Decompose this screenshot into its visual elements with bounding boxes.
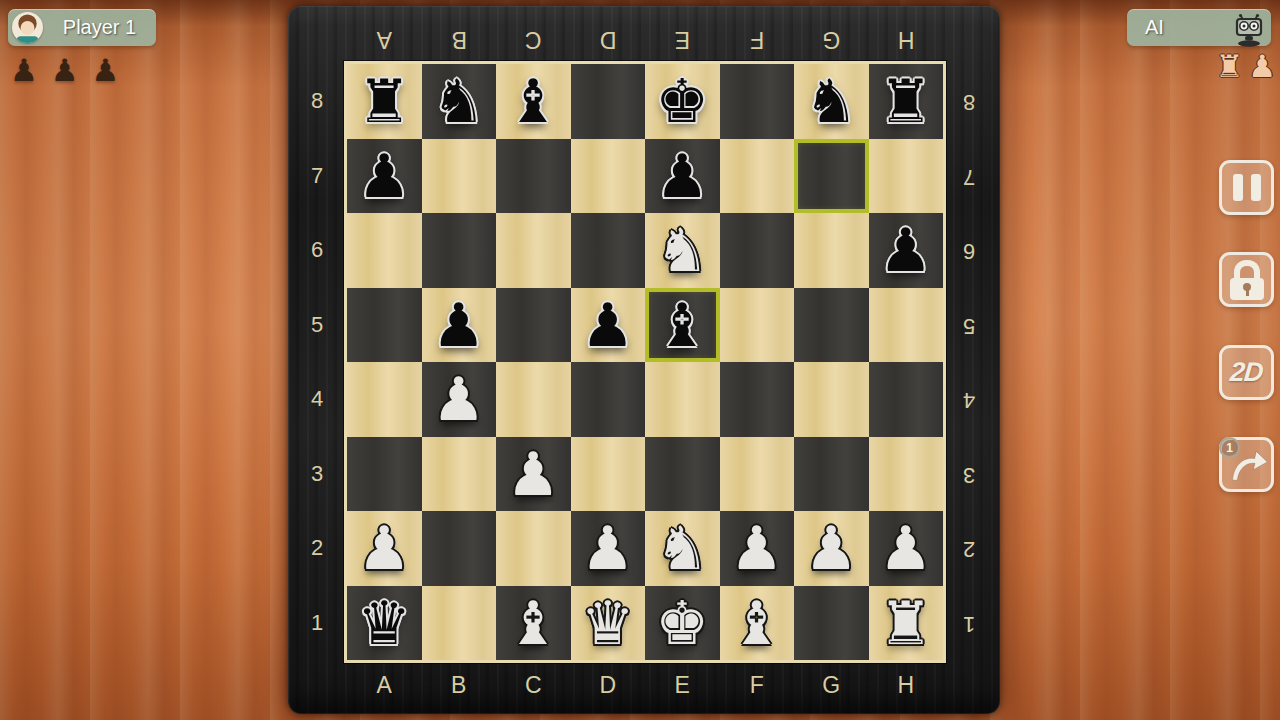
square-e5[interactable]: ♝ [645,288,720,363]
chess-board: ♜♞♝♚♞♜♟♟♞♟♟♟♝♟♟♟♟♞♟♟♟♛♝♛♚♝♜ [344,61,946,663]
rank-label-6: 6 [948,213,990,288]
white-pawn-d2: ♟ [571,511,646,586]
rank-label-7: 7 [948,139,990,214]
square-d1[interactable]: ♛ [571,586,646,661]
rank-label-7: 7 [296,139,338,214]
square-h7[interactable] [869,139,944,214]
2d-label: 2D [1229,357,1264,388]
captured-tray-player: ♟♟♟ [10,52,119,88]
black-captured-pawn-icon: ♟ [51,52,79,88]
square-c4[interactable] [496,362,571,437]
file-label-c: C [496,20,571,60]
redo-count-badge: 1 [1219,437,1240,458]
player-avatar-icon [12,12,43,43]
white-pawn-b4: ♟ [422,362,497,437]
black-pawn-b5: ♟ [422,288,497,363]
black-pawn-e7: ♟ [645,139,720,214]
pause-icon [1233,174,1261,201]
square-b3[interactable] [422,437,497,512]
square-g6[interactable] [794,213,869,288]
square-h6[interactable]: ♟ [869,213,944,288]
rank-label-6: 6 [296,213,338,288]
file-label-a: A [347,20,422,60]
file-label-c: C [496,666,571,704]
pause-button[interactable] [1219,160,1274,215]
file-label-g: G [794,666,869,704]
square-c1[interactable]: ♝ [496,586,571,661]
square-d5[interactable]: ♟ [571,288,646,363]
square-g1[interactable] [794,586,869,661]
square-b4[interactable]: ♟ [422,362,497,437]
2d-view-button[interactable]: 2D [1219,345,1274,400]
square-e1[interactable]: ♚ [645,586,720,661]
square-b7[interactable] [422,139,497,214]
square-c2[interactable] [496,511,571,586]
file-label-h: H [869,20,944,60]
square-f6[interactable] [720,213,795,288]
square-h1[interactable]: ♜ [869,586,944,661]
white-captured-rook-icon: ♜ [1215,48,1243,84]
square-g7[interactable] [794,139,869,214]
player-name: Player 1 [43,16,156,39]
square-h5[interactable] [869,288,944,363]
rank-label-5: 5 [948,288,990,363]
white-queen-d1: ♛ [571,586,646,661]
square-g3[interactable] [794,437,869,512]
file-label-b: B [422,666,497,704]
square-b8[interactable]: ♞ [422,64,497,139]
file-label-f: F [720,20,795,60]
rank-label-4: 4 [296,362,338,437]
square-h3[interactable] [869,437,944,512]
file-label-d: D [571,20,646,60]
rank-label-8: 8 [948,64,990,139]
file-label-g: G [794,20,869,60]
square-c3[interactable]: ♟ [496,437,571,512]
square-a5[interactable] [347,288,422,363]
file-label-b: B [422,20,497,60]
white-rook-h1: ♜ [869,586,944,661]
file-label-e: E [645,20,720,60]
black-rook-h8: ♜ [869,64,944,139]
square-g8[interactable]: ♞ [794,64,869,139]
black-pawn-h6: ♟ [869,213,944,288]
rank-labels-right: 87654321 [948,64,990,660]
white-pawn-g2: ♟ [794,511,869,586]
file-label-a: A [347,666,422,704]
white-pawn-h2: ♟ [869,511,944,586]
square-e7[interactable]: ♟ [645,139,720,214]
square-a3[interactable] [347,437,422,512]
rank-label-3: 3 [296,437,338,512]
square-a4[interactable] [347,362,422,437]
board-squares: ♜♞♝♚♞♜♟♟♞♟♟♟♝♟♟♟♟♞♟♟♟♛♝♛♚♝♜ [347,64,943,660]
square-g2[interactable]: ♟ [794,511,869,586]
black-knight-g8: ♞ [794,64,869,139]
square-d7[interactable] [571,139,646,214]
file-label-h: H [869,666,944,704]
white-pawn-f2: ♟ [720,511,795,586]
square-b5[interactable]: ♟ [422,288,497,363]
square-e6[interactable]: ♞ [645,213,720,288]
square-f2[interactable]: ♟ [720,511,795,586]
square-c7[interactable] [496,139,571,214]
black-rook-a8: ♜ [347,64,422,139]
rank-labels-left: 87654321 [296,64,338,660]
square-f7[interactable] [720,139,795,214]
square-f8[interactable] [720,64,795,139]
rank-label-4: 4 [948,362,990,437]
rank-label-2: 2 [296,511,338,586]
square-b1[interactable] [422,586,497,661]
white-knight-e6: ♞ [645,213,720,288]
square-c8[interactable]: ♝ [496,64,571,139]
square-d6[interactable] [571,213,646,288]
black-knight-b8: ♞ [422,64,497,139]
rank-label-1: 1 [948,586,990,661]
file-label-d: D [571,666,646,704]
black-captured-pawn-icon: ♟ [10,52,38,88]
square-d3[interactable] [571,437,646,512]
square-e8[interactable]: ♚ [645,64,720,139]
square-e2[interactable]: ♞ [645,511,720,586]
square-c5[interactable] [496,288,571,363]
ai-name: AI [1145,16,1231,39]
square-g5[interactable] [794,288,869,363]
square-e3[interactable] [645,437,720,512]
square-h2[interactable]: ♟ [869,511,944,586]
square-d2[interactable]: ♟ [571,511,646,586]
square-f3[interactable] [720,437,795,512]
file-label-f: F [720,666,795,704]
white-pawn-c3: ♟ [496,437,571,512]
black-pawn-d5: ♟ [571,288,646,363]
square-h8[interactable]: ♜ [869,64,944,139]
robot-icon [1231,12,1267,48]
white-king-e1: ♚ [645,586,720,661]
rank-label-8: 8 [296,64,338,139]
rank-label-2: 2 [948,511,990,586]
file-labels-bottom: ABCDEFGH [347,666,943,704]
square-d8[interactable] [571,64,646,139]
square-e4[interactable] [645,362,720,437]
redo-button[interactable]: 1 [1219,437,1274,492]
white-bishop-c1: ♝ [496,586,571,661]
square-a8[interactable]: ♜ [347,64,422,139]
rank-label-3: 3 [948,437,990,512]
lock-button[interactable] [1219,252,1274,307]
square-b6[interactable] [422,213,497,288]
square-a2[interactable]: ♟ [347,511,422,586]
rank-label-1: 1 [296,586,338,661]
white-pawn-a2: ♟ [347,511,422,586]
square-d4[interactable] [571,362,646,437]
black-bishop-e5: ♝ [645,288,720,363]
square-f1[interactable]: ♝ [720,586,795,661]
square-b2[interactable] [422,511,497,586]
square-a7[interactable]: ♟ [347,139,422,214]
rank-label-5: 5 [296,288,338,363]
black-queen-a1: ♛ [347,586,422,661]
captured-tray-ai: ♜♟ [1215,48,1276,84]
square-f5[interactable] [720,288,795,363]
square-g4[interactable] [794,362,869,437]
white-bishop-f1: ♝ [720,586,795,661]
white-knight-e2: ♞ [645,511,720,586]
player-badge: Player 1 [8,9,156,46]
black-king-e8: ♚ [645,64,720,139]
ai-badge: AI [1127,9,1271,46]
square-a1[interactable]: ♛ [347,586,422,661]
file-labels-top: ABCDEFGH [347,20,943,60]
square-c6[interactable] [496,213,571,288]
chess-app-screen: { "game": "chess", "position": { "fen": … [0,0,1280,720]
file-label-e: E [645,666,720,704]
square-h4[interactable] [869,362,944,437]
black-pawn-a7: ♟ [347,139,422,214]
white-captured-pawn-icon: ♟ [1248,48,1276,84]
black-captured-pawn-icon: ♟ [92,52,120,88]
square-a6[interactable] [347,213,422,288]
lock-icon [1229,260,1265,300]
square-f4[interactable] [720,362,795,437]
black-bishop-c8: ♝ [496,64,571,139]
